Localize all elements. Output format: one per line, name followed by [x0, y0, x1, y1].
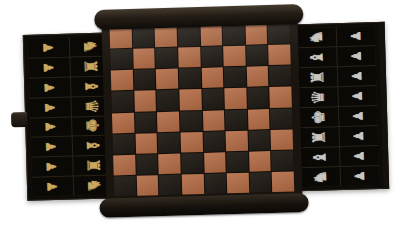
square-h3[interactable] — [271, 129, 293, 150]
piece-silver-pawn: ♟ — [351, 90, 364, 102]
square-h8[interactable] — [268, 23, 290, 44]
square-d4[interactable] — [180, 110, 202, 131]
piece-gold-pawn: ♟ — [42, 62, 55, 74]
piece-gold-rook: ♜ — [84, 158, 101, 174]
right-tray-slot-r2-c1[interactable]: ♝ — [298, 47, 337, 67]
square-e5[interactable] — [202, 89, 224, 110]
piece-silver-rook: ♜ — [309, 69, 326, 85]
square-a7[interactable] — [110, 49, 132, 70]
left-tray-slot-r3-c1[interactable]: ♟ — [29, 77, 70, 97]
left-tray-slot-r2-c1[interactable]: ♟ — [28, 58, 69, 78]
square-c1[interactable] — [159, 174, 181, 195]
right-tray-slot-r4-c2[interactable]: ♟ — [338, 86, 377, 106]
square-h1[interactable] — [272, 171, 294, 192]
square-f3[interactable] — [226, 130, 248, 151]
left-piece-tray: ♟♞♟♜♟♝♟♛♟♚♟♝♟♜♟♞ — [28, 36, 114, 196]
square-f2[interactable] — [226, 151, 248, 172]
square-a4[interactable] — [112, 112, 134, 133]
piece-gold-pawn: ♟ — [45, 161, 58, 173]
right-tray-slot-r2-c2[interactable]: ♟ — [337, 46, 376, 66]
right-tray-slot-r6-c1[interactable]: ♜ — [300, 127, 339, 147]
square-d2[interactable] — [181, 153, 203, 174]
square-a1[interactable] — [114, 176, 136, 197]
square-a2[interactable] — [113, 155, 135, 176]
square-d5[interactable] — [179, 89, 201, 110]
square-h5[interactable] — [270, 87, 292, 108]
square-f4[interactable] — [225, 109, 247, 130]
square-g5[interactable] — [247, 87, 269, 108]
right-piece-tray: ♞♟♝♟♜♟♛♟♚♟♜♟♝♟♞♟ — [298, 26, 379, 187]
right-tray-slot-r6-c2[interactable]: ♟ — [339, 126, 378, 146]
square-b6[interactable] — [133, 69, 155, 90]
tilted-set-group: ♟♞♟♜♟♝♟♛♟♚♟♝♟♜♟♞ ♞♟♝♟♜♟♛♟♚♟♜♟♝♟♞♟ — [0, 0, 400, 225]
square-f1[interactable] — [227, 173, 249, 194]
square-e2[interactable] — [204, 152, 226, 173]
piece-gold-pawn: ♟ — [44, 141, 57, 153]
square-g7[interactable] — [246, 45, 268, 66]
square-g3[interactable] — [248, 130, 270, 151]
square-d8[interactable] — [177, 26, 199, 47]
piece-gold-rook: ♜ — [82, 58, 99, 74]
piece-gold-bishop: ♝ — [82, 78, 99, 94]
piece-gold-king: ♚ — [83, 118, 100, 134]
piece-silver-king: ♚ — [310, 109, 327, 125]
piece-silver-pawn: ♟ — [352, 130, 365, 142]
right-piece-drawer: ♞♟♝♟♜♟♛♟♚♟♜♟♝♟♞♟ — [293, 22, 390, 192]
piece-gold-queen: ♛ — [83, 98, 100, 114]
square-c3[interactable] — [158, 132, 180, 153]
square-c2[interactable] — [158, 153, 180, 174]
piece-silver-queen: ♛ — [310, 89, 327, 105]
square-g6[interactable] — [246, 66, 268, 87]
right-tray-slot-r7-c1[interactable]: ♝ — [301, 147, 340, 167]
square-f8[interactable] — [223, 25, 245, 46]
piece-silver-pawn: ♟ — [353, 170, 366, 182]
square-e4[interactable] — [202, 110, 224, 131]
square-f7[interactable] — [223, 46, 245, 67]
square-h2[interactable] — [271, 150, 293, 171]
square-b2[interactable] — [136, 154, 158, 175]
square-d7[interactable] — [178, 47, 200, 68]
piece-silver-pawn: ♟ — [350, 50, 363, 62]
square-h6[interactable] — [269, 66, 291, 87]
piece-silver-rook: ♜ — [311, 129, 328, 145]
square-b4[interactable] — [135, 112, 157, 133]
square-e7[interactable] — [201, 46, 223, 67]
left-tray-slot-r6-c1[interactable]: ♟ — [31, 137, 72, 157]
piece-gold-pawn: ♟ — [44, 121, 57, 133]
piece-silver-knight: ♞ — [308, 29, 325, 45]
square-d6[interactable] — [179, 68, 201, 89]
square-a3[interactable] — [113, 133, 135, 154]
square-c7[interactable] — [155, 48, 177, 69]
left-tray-slot-r7-c1[interactable]: ♟ — [31, 157, 72, 177]
piece-gold-bishop: ♝ — [84, 138, 101, 154]
piece-silver-bishop: ♝ — [309, 49, 326, 65]
square-b7[interactable] — [133, 48, 155, 69]
square-e3[interactable] — [203, 131, 225, 152]
right-tray-slot-r4-c1[interactable]: ♛ — [299, 87, 338, 107]
square-h7[interactable] — [269, 45, 291, 66]
piece-silver-knight: ♞ — [312, 169, 329, 185]
chess-set-photo: ♟♞♟♜♟♝♟♛♟♚♟♝♟♜♟♞ ♞♟♝♟♜♟♛♟♚♟♜♟♝♟♞♟ — [0, 0, 400, 225]
chess-board — [101, 15, 302, 205]
left-tray-slot-r4-c1[interactable]: ♟ — [30, 97, 71, 117]
board-squares-grid — [110, 23, 295, 196]
piece-silver-pawn: ♟ — [352, 110, 365, 122]
right-tray-slot-r8-c2[interactable]: ♟ — [341, 166, 380, 186]
right-tray-slot-r1-c1[interactable]: ♞ — [298, 27, 337, 47]
square-g4[interactable] — [248, 109, 270, 130]
left-tray-slot-r8-c1[interactable]: ♟ — [32, 177, 73, 197]
square-e6[interactable] — [201, 68, 223, 89]
square-f6[interactable] — [224, 67, 246, 88]
square-g1[interactable] — [249, 172, 271, 193]
square-c5[interactable] — [157, 90, 179, 111]
right-tray-slot-r8-c1[interactable]: ♞ — [302, 167, 341, 187]
piece-gold-knight: ♞ — [85, 178, 102, 194]
square-c6[interactable] — [156, 69, 178, 90]
piece-silver-pawn: ♟ — [349, 30, 362, 42]
square-c8[interactable] — [155, 27, 177, 48]
square-b5[interactable] — [134, 91, 156, 112]
left-drawer-knob[interactable] — [11, 112, 27, 127]
square-e8[interactable] — [200, 25, 222, 46]
piece-silver-bishop: ♝ — [312, 149, 329, 165]
square-a6[interactable] — [111, 70, 133, 91]
piece-gold-knight: ♞ — [81, 39, 98, 55]
square-h4[interactable] — [270, 108, 292, 129]
piece-silver-pawn: ♟ — [350, 70, 363, 82]
square-f5[interactable] — [224, 88, 246, 109]
square-b1[interactable] — [136, 175, 158, 196]
square-b8[interactable] — [132, 27, 154, 48]
square-g2[interactable] — [249, 151, 271, 172]
square-d1[interactable] — [182, 174, 204, 195]
right-tray-slot-r3-c2[interactable]: ♟ — [338, 66, 377, 86]
right-tray-slot-r1-c2[interactable]: ♟ — [337, 26, 376, 46]
square-b3[interactable] — [135, 133, 157, 154]
right-tray-slot-r7-c2[interactable]: ♟ — [340, 146, 379, 166]
piece-gold-pawn: ♟ — [42, 42, 55, 54]
square-a5[interactable] — [111, 91, 133, 112]
right-tray-slot-r3-c1[interactable]: ♜ — [299, 67, 338, 87]
piece-gold-pawn: ♟ — [43, 101, 56, 113]
left-tray-slot-r5-c1[interactable]: ♟ — [30, 117, 71, 137]
left-tray-slot-r1-c1[interactable]: ♟ — [28, 38, 69, 58]
square-a8[interactable] — [110, 28, 132, 49]
square-d3[interactable] — [180, 132, 202, 153]
square-c4[interactable] — [157, 111, 179, 132]
right-tray-slot-r5-c2[interactable]: ♟ — [339, 106, 378, 126]
right-tray-slot-r5-c1[interactable]: ♚ — [300, 107, 339, 127]
square-g8[interactable] — [245, 24, 267, 45]
piece-gold-pawn: ♟ — [43, 81, 56, 93]
piece-gold-pawn: ♟ — [46, 181, 59, 193]
piece-silver-pawn: ♟ — [353, 150, 366, 162]
square-e1[interactable] — [204, 173, 226, 194]
